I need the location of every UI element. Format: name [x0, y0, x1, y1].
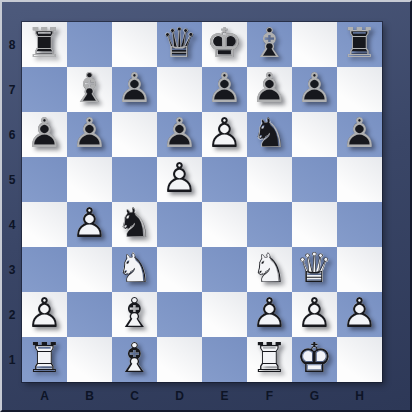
- white-bishop-detail: ♗: [112, 336, 157, 381]
- square-d8[interactable]: ♛♕: [157, 22, 202, 67]
- square-h7[interactable]: [337, 67, 382, 112]
- piece-white-knight[interactable]: ♞♘: [112, 247, 157, 292]
- white-pawn-detail: ♙: [67, 201, 112, 246]
- piece-black-rook[interactable]: ♜♖: [337, 22, 382, 67]
- square-c4[interactable]: ♞♘: [112, 202, 157, 247]
- rank-labels: 87654321: [2, 22, 22, 382]
- piece-white-pawn[interactable]: ♟♙: [202, 112, 247, 157]
- piece-white-knight[interactable]: ♞♘: [247, 247, 292, 292]
- rank-label-4: 4: [2, 202, 22, 247]
- rank-label-8: 8: [2, 22, 22, 67]
- square-c1[interactable]: ♝♗: [112, 337, 157, 382]
- piece-black-pawn[interactable]: ♟♙: [292, 67, 337, 112]
- square-g1[interactable]: ♚♔: [292, 337, 337, 382]
- black-rook-detail: ♖: [337, 21, 382, 66]
- square-f2[interactable]: ♟♙: [247, 292, 292, 337]
- square-d5[interactable]: ♟♙: [157, 157, 202, 202]
- piece-white-pawn[interactable]: ♟♙: [22, 292, 67, 337]
- piece-white-pawn[interactable]: ♟♙: [247, 292, 292, 337]
- square-a2[interactable]: ♟♙: [22, 292, 67, 337]
- white-pawn-detail: ♙: [202, 111, 247, 156]
- black-pawn-detail: ♙: [157, 111, 202, 156]
- piece-black-knight[interactable]: ♞♘: [247, 112, 292, 157]
- piece-black-knight[interactable]: ♞♘: [112, 202, 157, 247]
- square-b3[interactable]: [67, 247, 112, 292]
- black-pawn-detail: ♙: [67, 111, 112, 156]
- square-g5[interactable]: [292, 157, 337, 202]
- square-c2[interactable]: ♝♗: [112, 292, 157, 337]
- white-queen-detail: ♕: [292, 246, 337, 291]
- black-bishop-detail: ♗: [67, 66, 112, 111]
- piece-black-pawn[interactable]: ♟♙: [67, 112, 112, 157]
- piece-white-pawn[interactable]: ♟♙: [67, 202, 112, 247]
- square-e5[interactable]: [202, 157, 247, 202]
- square-e6[interactable]: ♟♙: [202, 112, 247, 157]
- white-pawn-detail: ♙: [337, 291, 382, 336]
- file-label-e: E: [202, 382, 247, 410]
- piece-white-bishop[interactable]: ♝♗: [112, 337, 157, 382]
- square-h6[interactable]: ♟♙: [337, 112, 382, 157]
- white-bishop-detail: ♗: [112, 291, 157, 336]
- square-g6[interactable]: [292, 112, 337, 157]
- rank-label-6: 6: [2, 112, 22, 157]
- square-e3[interactable]: [202, 247, 247, 292]
- piece-black-pawn[interactable]: ♟♙: [337, 112, 382, 157]
- square-g7[interactable]: ♟♙: [292, 67, 337, 112]
- square-e1[interactable]: [202, 337, 247, 382]
- rank-label-5: 5: [2, 157, 22, 202]
- piece-white-rook[interactable]: ♜♖: [247, 337, 292, 382]
- black-king-detail: ♔: [202, 21, 247, 66]
- piece-black-queen[interactable]: ♛♕: [157, 22, 202, 67]
- square-a3[interactable]: [22, 247, 67, 292]
- piece-black-pawn[interactable]: ♟♙: [202, 67, 247, 112]
- black-pawn-detail: ♙: [247, 66, 292, 111]
- white-knight-detail: ♘: [247, 246, 292, 291]
- black-pawn-detail: ♙: [337, 111, 382, 156]
- chess-board: ♜♖♛♕♚♔♝♗♜♖♝♗♟♙♟♙♟♙♟♙♟♙♟♙♟♙♟♙♞♘♟♙♟♙♟♙♞♘♞♘…: [22, 22, 382, 382]
- white-pawn-detail: ♙: [22, 291, 67, 336]
- black-queen-detail: ♕: [157, 21, 202, 66]
- piece-black-king[interactable]: ♚♔: [202, 22, 247, 67]
- piece-black-bishop[interactable]: ♝♗: [67, 67, 112, 112]
- square-c8[interactable]: [112, 22, 157, 67]
- square-g8[interactable]: [292, 22, 337, 67]
- square-a5[interactable]: [22, 157, 67, 202]
- square-e4[interactable]: [202, 202, 247, 247]
- square-a4[interactable]: [22, 202, 67, 247]
- square-c6[interactable]: [112, 112, 157, 157]
- file-labels: ABCDEFGH: [22, 382, 382, 410]
- square-a6[interactable]: ♟♙: [22, 112, 67, 157]
- file-label-d: D: [157, 382, 202, 410]
- piece-white-bishop[interactable]: ♝♗: [112, 292, 157, 337]
- white-pawn-detail: ♙: [157, 156, 202, 201]
- rank-label-2: 2: [2, 292, 22, 337]
- square-d4[interactable]: [157, 202, 202, 247]
- piece-white-pawn[interactable]: ♟♙: [337, 292, 382, 337]
- white-knight-detail: ♘: [112, 246, 157, 291]
- piece-white-queen[interactable]: ♛♕: [292, 247, 337, 292]
- piece-white-king[interactable]: ♚♔: [292, 337, 337, 382]
- file-label-f: F: [247, 382, 292, 410]
- rank-label-7: 7: [2, 67, 22, 112]
- square-c5[interactable]: [112, 157, 157, 202]
- piece-black-pawn[interactable]: ♟♙: [22, 112, 67, 157]
- square-h2[interactable]: ♟♙: [337, 292, 382, 337]
- white-pawn-detail: ♙: [292, 291, 337, 336]
- white-rook-detail: ♖: [22, 336, 67, 381]
- square-b4[interactable]: ♟♙: [67, 202, 112, 247]
- square-b5[interactable]: [67, 157, 112, 202]
- square-f5[interactable]: [247, 157, 292, 202]
- piece-black-pawn[interactable]: ♟♙: [247, 67, 292, 112]
- square-b6[interactable]: ♟♙: [67, 112, 112, 157]
- square-f7[interactable]: ♟♙: [247, 67, 292, 112]
- square-d1[interactable]: [157, 337, 202, 382]
- square-e7[interactable]: ♟♙: [202, 67, 247, 112]
- black-pawn-detail: ♙: [292, 66, 337, 111]
- file-label-g: G: [292, 382, 337, 410]
- piece-white-pawn[interactable]: ♟♙: [157, 157, 202, 202]
- file-label-h: H: [337, 382, 382, 410]
- white-king-detail: ♔: [292, 336, 337, 381]
- square-c7[interactable]: ♟♙: [112, 67, 157, 112]
- square-e2[interactable]: [202, 292, 247, 337]
- piece-black-bishop[interactable]: ♝♗: [247, 22, 292, 67]
- square-f3[interactable]: ♞♘: [247, 247, 292, 292]
- square-b1[interactable]: [67, 337, 112, 382]
- square-f4[interactable]: [247, 202, 292, 247]
- square-b2[interactable]: [67, 292, 112, 337]
- file-label-a: A: [22, 382, 67, 410]
- square-c3[interactable]: ♞♘: [112, 247, 157, 292]
- square-a8[interactable]: ♜♖: [22, 22, 67, 67]
- black-knight-detail: ♘: [112, 201, 157, 246]
- chess-diagram: ♜♖♛♕♚♔♝♗♜♖♝♗♟♙♟♙♟♙♟♙♟♙♟♙♟♙♟♙♞♘♟♙♟♙♟♙♞♘♞♘…: [0, 0, 412, 412]
- piece-black-pawn[interactable]: ♟♙: [112, 67, 157, 112]
- square-h8[interactable]: ♜♖: [337, 22, 382, 67]
- black-pawn-detail: ♙: [202, 66, 247, 111]
- file-label-b: B: [67, 382, 112, 410]
- board-frame: ♜♖♛♕♚♔♝♗♜♖♝♗♟♙♟♙♟♙♟♙♟♙♟♙♟♙♟♙♞♘♟♙♟♙♟♙♞♘♞♘…: [0, 0, 412, 412]
- square-d2[interactable]: [157, 292, 202, 337]
- square-f6[interactable]: ♞♘: [247, 112, 292, 157]
- piece-white-pawn[interactable]: ♟♙: [292, 292, 337, 337]
- rank-label-3: 3: [2, 247, 22, 292]
- square-b8[interactable]: [67, 22, 112, 67]
- square-h3[interactable]: [337, 247, 382, 292]
- square-f1[interactable]: ♜♖: [247, 337, 292, 382]
- square-d7[interactable]: [157, 67, 202, 112]
- square-f8[interactable]: ♝♗: [247, 22, 292, 67]
- black-pawn-detail: ♙: [112, 66, 157, 111]
- square-h1[interactable]: [337, 337, 382, 382]
- piece-white-rook[interactable]: ♜♖: [22, 337, 67, 382]
- black-pawn-detail: ♙: [22, 111, 67, 156]
- white-rook-detail: ♖: [247, 336, 292, 381]
- square-h4[interactable]: [337, 202, 382, 247]
- black-bishop-detail: ♗: [247, 21, 292, 66]
- square-a7[interactable]: [22, 67, 67, 112]
- square-a1[interactable]: ♜♖: [22, 337, 67, 382]
- file-label-c: C: [112, 382, 157, 410]
- square-b7[interactable]: ♝♗: [67, 67, 112, 112]
- white-pawn-detail: ♙: [247, 291, 292, 336]
- square-g4[interactable]: [292, 202, 337, 247]
- rank-label-1: 1: [2, 337, 22, 382]
- square-d3[interactable]: [157, 247, 202, 292]
- black-knight-detail: ♘: [247, 111, 292, 156]
- square-h5[interactable]: [337, 157, 382, 202]
- square-d6[interactable]: ♟♙: [157, 112, 202, 157]
- piece-black-pawn[interactable]: ♟♙: [157, 112, 202, 157]
- square-g2[interactable]: ♟♙: [292, 292, 337, 337]
- black-rook-detail: ♖: [22, 21, 67, 66]
- square-g3[interactable]: ♛♕: [292, 247, 337, 292]
- piece-black-rook[interactable]: ♜♖: [22, 22, 67, 67]
- square-e8[interactable]: ♚♔: [202, 22, 247, 67]
